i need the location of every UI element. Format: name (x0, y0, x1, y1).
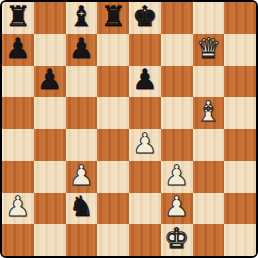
square-e3[interactable] (129, 161, 161, 193)
white-king: ♚ (164, 225, 189, 253)
square-b2[interactable] (34, 193, 66, 225)
square-a6[interactable] (2, 66, 34, 98)
square-c8[interactable]: ♝ (66, 2, 98, 34)
square-a4[interactable] (2, 129, 34, 161)
white-bishop: ♝ (196, 98, 221, 126)
square-g4[interactable] (193, 129, 225, 161)
square-c7[interactable]: ♟ (66, 34, 98, 66)
black-knight: ♞ (69, 193, 94, 221)
square-h2[interactable] (224, 193, 256, 225)
square-a7[interactable]: ♟ (2, 34, 34, 66)
square-e2[interactable] (129, 193, 161, 225)
square-e1[interactable] (129, 224, 161, 256)
chess-board: ♜♝♜♚♟♟♛♟♟♝♟♟♟♟♞♟♚ (2, 2, 256, 256)
black-pawn: ♟ (132, 66, 157, 94)
white-pawn: ♟ (69, 162, 94, 190)
square-f5[interactable] (161, 97, 193, 129)
square-d3[interactable] (97, 161, 129, 193)
square-f1[interactable]: ♚ (161, 224, 193, 256)
chess-board-frame: ♜♝♜♚♟♟♛♟♟♝♟♟♟♟♞♟♚ (0, 0, 258, 258)
square-c4[interactable] (66, 129, 98, 161)
black-pawn: ♟ (37, 66, 62, 94)
square-h6[interactable] (224, 66, 256, 98)
square-c5[interactable] (66, 97, 98, 129)
white-pawn: ♟ (164, 193, 189, 221)
square-h1[interactable] (224, 224, 256, 256)
black-king: ♚ (132, 3, 157, 31)
square-f8[interactable] (161, 2, 193, 34)
square-h5[interactable] (224, 97, 256, 129)
square-f4[interactable] (161, 129, 193, 161)
square-e6[interactable]: ♟ (129, 66, 161, 98)
square-b4[interactable] (34, 129, 66, 161)
square-a2[interactable]: ♟ (2, 193, 34, 225)
square-h3[interactable] (224, 161, 256, 193)
square-g8[interactable] (193, 2, 225, 34)
square-g7[interactable]: ♛ (193, 34, 225, 66)
square-c2[interactable]: ♞ (66, 193, 98, 225)
square-b7[interactable] (34, 34, 66, 66)
square-f2[interactable]: ♟ (161, 193, 193, 225)
square-e7[interactable] (129, 34, 161, 66)
square-c6[interactable] (66, 66, 98, 98)
square-h8[interactable] (224, 2, 256, 34)
white-pawn: ♟ (164, 162, 189, 190)
square-d8[interactable]: ♜ (97, 2, 129, 34)
square-b3[interactable] (34, 161, 66, 193)
square-d1[interactable] (97, 224, 129, 256)
black-pawn: ♟ (69, 35, 94, 63)
black-rook: ♜ (5, 3, 30, 31)
black-pawn: ♟ (5, 35, 30, 63)
square-e5[interactable] (129, 97, 161, 129)
square-h4[interactable] (224, 129, 256, 161)
square-h7[interactable] (224, 34, 256, 66)
square-d6[interactable] (97, 66, 129, 98)
square-b1[interactable] (34, 224, 66, 256)
square-b5[interactable] (34, 97, 66, 129)
square-d2[interactable] (97, 193, 129, 225)
square-g1[interactable] (193, 224, 225, 256)
white-pawn: ♟ (5, 193, 30, 221)
square-g5[interactable]: ♝ (193, 97, 225, 129)
square-d5[interactable] (97, 97, 129, 129)
square-d4[interactable] (97, 129, 129, 161)
square-f7[interactable] (161, 34, 193, 66)
square-g3[interactable] (193, 161, 225, 193)
square-g6[interactable] (193, 66, 225, 98)
square-d7[interactable] (97, 34, 129, 66)
square-e8[interactable]: ♚ (129, 2, 161, 34)
square-a5[interactable] (2, 97, 34, 129)
square-e4[interactable]: ♟ (129, 129, 161, 161)
white-pawn: ♟ (132, 130, 157, 158)
square-a1[interactable] (2, 224, 34, 256)
square-f6[interactable] (161, 66, 193, 98)
square-b6[interactable]: ♟ (34, 66, 66, 98)
square-c1[interactable] (66, 224, 98, 256)
square-a3[interactable] (2, 161, 34, 193)
square-b8[interactable] (34, 2, 66, 34)
black-rook: ♜ (101, 3, 126, 31)
white-queen: ♛ (196, 35, 221, 63)
square-g2[interactable] (193, 193, 225, 225)
square-f3[interactable]: ♟ (161, 161, 193, 193)
square-c3[interactable]: ♟ (66, 161, 98, 193)
black-bishop: ♝ (69, 3, 94, 31)
square-a8[interactable]: ♜ (2, 2, 34, 34)
